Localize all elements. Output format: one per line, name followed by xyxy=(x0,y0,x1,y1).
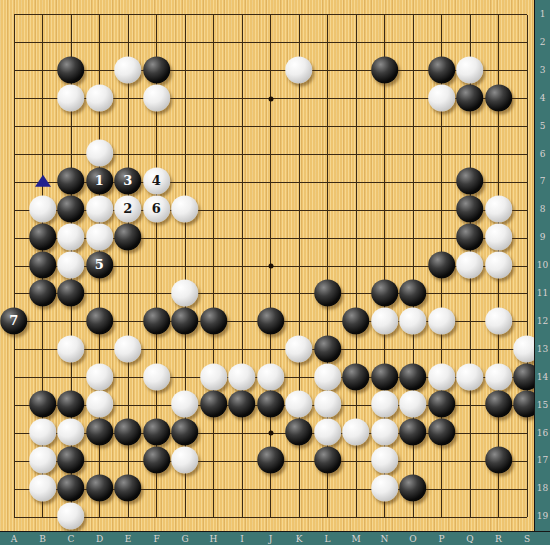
board-point-L13[interactable] xyxy=(313,336,342,364)
board-point-Q13[interactable] xyxy=(456,336,485,364)
board-point-L7[interactable] xyxy=(313,168,342,196)
board-point-S12[interactable] xyxy=(513,308,534,336)
board-point-A6[interactable] xyxy=(0,141,28,169)
board-point-P15[interactable] xyxy=(427,392,456,420)
board-point-P3[interactable] xyxy=(427,57,456,85)
board-point-P8[interactable] xyxy=(427,196,456,224)
board-point-I2[interactable] xyxy=(228,29,257,57)
board-point-E18[interactable] xyxy=(114,475,143,503)
board-point-C8[interactable] xyxy=(57,196,86,224)
board-point-J9[interactable] xyxy=(256,224,285,252)
board-point-R13[interactable] xyxy=(484,336,513,364)
board-point-L2[interactable] xyxy=(313,29,342,57)
board-point-M3[interactable] xyxy=(342,57,371,85)
board-point-D18[interactable] xyxy=(85,475,114,503)
board-point-O1[interactable] xyxy=(399,1,428,29)
board-point-P14[interactable] xyxy=(427,364,456,392)
board-point-G18[interactable] xyxy=(171,475,200,503)
board-point-S5[interactable] xyxy=(513,113,534,141)
board-point-A13[interactable] xyxy=(0,336,28,364)
board-point-F6[interactable] xyxy=(142,141,171,169)
board-point-H6[interactable] xyxy=(199,141,228,169)
board-point-O6[interactable] xyxy=(399,141,428,169)
board-point-D6[interactable] xyxy=(85,141,114,169)
board-point-K9[interactable] xyxy=(285,224,314,252)
board-point-J3[interactable] xyxy=(256,57,285,85)
board-point-D2[interactable] xyxy=(85,29,114,57)
board-point-E6[interactable] xyxy=(114,141,143,169)
board-point-R17[interactable] xyxy=(484,447,513,475)
board-point-M8[interactable] xyxy=(342,196,371,224)
board-point-E5[interactable] xyxy=(114,113,143,141)
board-point-F19[interactable] xyxy=(142,503,171,531)
board-point-H5[interactable] xyxy=(199,113,228,141)
board-point-G1[interactable] xyxy=(171,1,200,29)
board-point-O14[interactable] xyxy=(399,364,428,392)
board-point-I6[interactable] xyxy=(228,141,257,169)
board-point-O5[interactable] xyxy=(399,113,428,141)
board-point-G7[interactable] xyxy=(171,168,200,196)
board-point-S8[interactable] xyxy=(513,196,534,224)
board-point-H16[interactable] xyxy=(199,419,228,447)
board-point-E9[interactable] xyxy=(114,224,143,252)
board-point-H2[interactable] xyxy=(199,29,228,57)
board-point-H12[interactable] xyxy=(199,308,228,336)
board-point-J12[interactable] xyxy=(256,308,285,336)
board-point-A19[interactable] xyxy=(0,503,28,531)
board-point-M9[interactable] xyxy=(342,224,371,252)
board-point-D10[interactable]: 5 xyxy=(85,252,114,280)
board-point-F15[interactable] xyxy=(142,392,171,420)
board-point-I16[interactable] xyxy=(228,419,257,447)
board-point-M14[interactable] xyxy=(342,364,371,392)
board-point-A5[interactable] xyxy=(0,113,28,141)
board-point-F4[interactable] xyxy=(142,85,171,113)
board-point-A2[interactable] xyxy=(0,29,28,57)
board-point-L8[interactable] xyxy=(313,196,342,224)
board-point-S19[interactable] xyxy=(513,503,534,531)
board-point-D5[interactable] xyxy=(85,113,114,141)
board-point-J13[interactable] xyxy=(256,336,285,364)
board-point-P19[interactable] xyxy=(427,503,456,531)
board-point-F5[interactable] xyxy=(142,113,171,141)
board-point-D11[interactable] xyxy=(85,280,114,308)
board-point-Q12[interactable] xyxy=(456,308,485,336)
board-point-P12[interactable] xyxy=(427,308,456,336)
board-point-F16[interactable] xyxy=(142,419,171,447)
board-point-C9[interactable] xyxy=(57,224,86,252)
board-point-O12[interactable] xyxy=(399,308,428,336)
board-point-I19[interactable] xyxy=(228,503,257,531)
board-point-B16[interactable] xyxy=(28,419,57,447)
board-point-E19[interactable] xyxy=(114,503,143,531)
board-point-Q18[interactable] xyxy=(456,475,485,503)
board-point-I17[interactable] xyxy=(228,447,257,475)
board-point-P5[interactable] xyxy=(427,113,456,141)
board-point-N19[interactable] xyxy=(370,503,399,531)
board-point-A1[interactable] xyxy=(0,1,28,29)
board-point-O8[interactable] xyxy=(399,196,428,224)
board-point-F18[interactable] xyxy=(142,475,171,503)
board-point-E8[interactable]: 2 xyxy=(114,196,143,224)
board-point-D7[interactable]: 1 xyxy=(85,168,114,196)
board-point-L16[interactable] xyxy=(313,419,342,447)
board-point-N15[interactable] xyxy=(370,392,399,420)
board-point-C11[interactable] xyxy=(57,280,86,308)
board-point-C13[interactable] xyxy=(57,336,86,364)
board-point-H10[interactable] xyxy=(199,252,228,280)
board-point-K8[interactable] xyxy=(285,196,314,224)
board-point-G10[interactable] xyxy=(171,252,200,280)
board-point-H1[interactable] xyxy=(199,1,228,29)
board-point-Q10[interactable] xyxy=(456,252,485,280)
board-point-J2[interactable] xyxy=(256,29,285,57)
board-point-E15[interactable] xyxy=(114,392,143,420)
board-point-P13[interactable] xyxy=(427,336,456,364)
board-point-K19[interactable] xyxy=(285,503,314,531)
board-point-K13[interactable] xyxy=(285,336,314,364)
board-point-I8[interactable] xyxy=(228,196,257,224)
board-point-G3[interactable] xyxy=(171,57,200,85)
board-point-S16[interactable] xyxy=(513,419,534,447)
board-point-D17[interactable] xyxy=(85,447,114,475)
board-point-L1[interactable] xyxy=(313,1,342,29)
board-point-F13[interactable] xyxy=(142,336,171,364)
board-point-Q1[interactable] xyxy=(456,1,485,29)
board-point-K12[interactable] xyxy=(285,308,314,336)
board-point-Q11[interactable] xyxy=(456,280,485,308)
board-point-P11[interactable] xyxy=(427,280,456,308)
board-point-P9[interactable] xyxy=(427,224,456,252)
board-point-L9[interactable] xyxy=(313,224,342,252)
board-point-K2[interactable] xyxy=(285,29,314,57)
board-point-G4[interactable] xyxy=(171,85,200,113)
board-point-F10[interactable] xyxy=(142,252,171,280)
board-point-D12[interactable] xyxy=(85,308,114,336)
board-point-E2[interactable] xyxy=(114,29,143,57)
board-point-Q8[interactable] xyxy=(456,196,485,224)
board-point-B18[interactable] xyxy=(28,475,57,503)
board-point-S2[interactable] xyxy=(513,29,534,57)
board-point-L10[interactable] xyxy=(313,252,342,280)
board-point-B4[interactable] xyxy=(28,85,57,113)
board-point-C17[interactable] xyxy=(57,447,86,475)
board-point-S3[interactable] xyxy=(513,57,534,85)
board-point-B13[interactable] xyxy=(28,336,57,364)
board-point-F1[interactable] xyxy=(142,1,171,29)
board-point-D1[interactable] xyxy=(85,1,114,29)
board-point-O17[interactable] xyxy=(399,447,428,475)
board-point-A8[interactable] xyxy=(0,196,28,224)
board-point-E12[interactable] xyxy=(114,308,143,336)
board-point-S11[interactable] xyxy=(513,280,534,308)
board-point-L12[interactable] xyxy=(313,308,342,336)
board-point-Q14[interactable] xyxy=(456,364,485,392)
board-point-H3[interactable] xyxy=(199,57,228,85)
board-point-O16[interactable] xyxy=(399,419,428,447)
board-point-F12[interactable] xyxy=(142,308,171,336)
board-point-N4[interactable] xyxy=(370,85,399,113)
board-point-G13[interactable] xyxy=(171,336,200,364)
board-point-E7[interactable]: 3 xyxy=(114,168,143,196)
board-point-B7[interactable] xyxy=(28,168,57,196)
board-point-C10[interactable] xyxy=(57,252,86,280)
board-point-I5[interactable] xyxy=(228,113,257,141)
board-point-K17[interactable] xyxy=(285,447,314,475)
board-point-J4[interactable] xyxy=(256,85,285,113)
board-point-O9[interactable] xyxy=(399,224,428,252)
board-point-K11[interactable] xyxy=(285,280,314,308)
board-point-J18[interactable] xyxy=(256,475,285,503)
board-point-L19[interactable] xyxy=(313,503,342,531)
board-point-C1[interactable] xyxy=(57,1,86,29)
board-point-Q2[interactable] xyxy=(456,29,485,57)
board-point-R18[interactable] xyxy=(484,475,513,503)
board-point-R9[interactable] xyxy=(484,224,513,252)
board-point-B9[interactable] xyxy=(28,224,57,252)
board-point-N2[interactable] xyxy=(370,29,399,57)
board-point-P10[interactable] xyxy=(427,252,456,280)
board-point-E16[interactable] xyxy=(114,419,143,447)
board-point-C7[interactable] xyxy=(57,168,86,196)
board-point-R3[interactable] xyxy=(484,57,513,85)
board-point-J14[interactable] xyxy=(256,364,285,392)
board-point-I13[interactable] xyxy=(228,336,257,364)
board-point-L15[interactable] xyxy=(313,392,342,420)
board-point-H8[interactable] xyxy=(199,196,228,224)
board-point-C5[interactable] xyxy=(57,113,86,141)
board-point-F2[interactable] xyxy=(142,29,171,57)
board-point-M18[interactable] xyxy=(342,475,371,503)
board-point-K4[interactable] xyxy=(285,85,314,113)
board-point-C6[interactable] xyxy=(57,141,86,169)
board-point-G14[interactable] xyxy=(171,364,200,392)
board-point-R1[interactable] xyxy=(484,1,513,29)
board-point-D16[interactable] xyxy=(85,419,114,447)
board-point-B5[interactable] xyxy=(28,113,57,141)
board-point-G2[interactable] xyxy=(171,29,200,57)
board-point-L3[interactable] xyxy=(313,57,342,85)
board-point-J19[interactable] xyxy=(256,503,285,531)
board-point-D15[interactable] xyxy=(85,392,114,420)
board-point-B17[interactable] xyxy=(28,447,57,475)
board-point-R10[interactable] xyxy=(484,252,513,280)
board-point-Q6[interactable] xyxy=(456,141,485,169)
board-point-E17[interactable] xyxy=(114,447,143,475)
board-point-O3[interactable] xyxy=(399,57,428,85)
board-point-E10[interactable] xyxy=(114,252,143,280)
board-point-B2[interactable] xyxy=(28,29,57,57)
board-point-A16[interactable] xyxy=(0,419,28,447)
board-point-H13[interactable] xyxy=(199,336,228,364)
board-point-A7[interactable] xyxy=(0,168,28,196)
board-point-I12[interactable] xyxy=(228,308,257,336)
board-point-P7[interactable] xyxy=(427,168,456,196)
board-point-I11[interactable] xyxy=(228,280,257,308)
board-point-N5[interactable] xyxy=(370,113,399,141)
board-point-E4[interactable] xyxy=(114,85,143,113)
board-point-L4[interactable] xyxy=(313,85,342,113)
board-point-L17[interactable] xyxy=(313,447,342,475)
board-point-J1[interactable] xyxy=(256,1,285,29)
board-point-O7[interactable] xyxy=(399,168,428,196)
board-point-O13[interactable] xyxy=(399,336,428,364)
board-point-H7[interactable] xyxy=(199,168,228,196)
board-point-E14[interactable] xyxy=(114,364,143,392)
board-point-G16[interactable] xyxy=(171,419,200,447)
board-point-R5[interactable] xyxy=(484,113,513,141)
board-point-M6[interactable] xyxy=(342,141,371,169)
board-point-B3[interactable] xyxy=(28,57,57,85)
board-point-I1[interactable] xyxy=(228,1,257,29)
board-point-R6[interactable] xyxy=(484,141,513,169)
board-point-K10[interactable] xyxy=(285,252,314,280)
board-point-S13[interactable] xyxy=(513,336,534,364)
board-point-C2[interactable] xyxy=(57,29,86,57)
board-point-B6[interactable] xyxy=(28,141,57,169)
board-point-F7[interactable]: 4 xyxy=(142,168,171,196)
board-point-H9[interactable] xyxy=(199,224,228,252)
board-point-M19[interactable] xyxy=(342,503,371,531)
board-point-D3[interactable] xyxy=(85,57,114,85)
board-point-H19[interactable] xyxy=(199,503,228,531)
board-point-Q4[interactable] xyxy=(456,85,485,113)
board-point-H11[interactable] xyxy=(199,280,228,308)
board-point-L6[interactable] xyxy=(313,141,342,169)
board-point-Q19[interactable] xyxy=(456,503,485,531)
board-point-R14[interactable] xyxy=(484,364,513,392)
board-point-M5[interactable] xyxy=(342,113,371,141)
board-point-B1[interactable] xyxy=(28,1,57,29)
board-point-A10[interactable] xyxy=(0,252,28,280)
board-point-K7[interactable] xyxy=(285,168,314,196)
board-point-J10[interactable] xyxy=(256,252,285,280)
board-point-K14[interactable] xyxy=(285,364,314,392)
board-point-R7[interactable] xyxy=(484,168,513,196)
board-point-J17[interactable] xyxy=(256,447,285,475)
board-point-P4[interactable] xyxy=(427,85,456,113)
board-point-K5[interactable] xyxy=(285,113,314,141)
board-point-L11[interactable] xyxy=(313,280,342,308)
board-point-I3[interactable] xyxy=(228,57,257,85)
board-point-R12[interactable] xyxy=(484,308,513,336)
board-point-O15[interactable] xyxy=(399,392,428,420)
board-point-D13[interactable] xyxy=(85,336,114,364)
board-point-S14[interactable] xyxy=(513,364,534,392)
board-point-C12[interactable] xyxy=(57,308,86,336)
board-point-Q17[interactable] xyxy=(456,447,485,475)
board-point-M15[interactable] xyxy=(342,392,371,420)
board-point-J8[interactable] xyxy=(256,196,285,224)
board-point-P18[interactable] xyxy=(427,475,456,503)
board-point-N18[interactable] xyxy=(370,475,399,503)
board-point-S6[interactable] xyxy=(513,141,534,169)
board-point-N11[interactable] xyxy=(370,280,399,308)
board-point-A15[interactable] xyxy=(0,392,28,420)
board-point-N9[interactable] xyxy=(370,224,399,252)
board-point-O2[interactable] xyxy=(399,29,428,57)
board-point-R19[interactable] xyxy=(484,503,513,531)
board-point-E11[interactable] xyxy=(114,280,143,308)
board-point-I9[interactable] xyxy=(228,224,257,252)
board-point-L5[interactable] xyxy=(313,113,342,141)
board-point-G9[interactable] xyxy=(171,224,200,252)
board-point-D8[interactable] xyxy=(85,196,114,224)
board-point-M4[interactable] xyxy=(342,85,371,113)
board-point-R8[interactable] xyxy=(484,196,513,224)
board-point-B15[interactable] xyxy=(28,392,57,420)
board-point-M17[interactable] xyxy=(342,447,371,475)
board-point-K3[interactable] xyxy=(285,57,314,85)
board-point-A11[interactable] xyxy=(0,280,28,308)
board-point-C16[interactable] xyxy=(57,419,86,447)
board-point-I10[interactable] xyxy=(228,252,257,280)
board-point-C19[interactable] xyxy=(57,503,86,531)
board-point-K15[interactable] xyxy=(285,392,314,420)
board-point-M2[interactable] xyxy=(342,29,371,57)
board-point-P1[interactable] xyxy=(427,1,456,29)
board-point-N1[interactable] xyxy=(370,1,399,29)
board-point-R15[interactable] xyxy=(484,392,513,420)
board-point-B14[interactable] xyxy=(28,364,57,392)
board-point-C14[interactable] xyxy=(57,364,86,392)
board-point-P17[interactable] xyxy=(427,447,456,475)
board-point-I15[interactable] xyxy=(228,392,257,420)
board-point-H17[interactable] xyxy=(199,447,228,475)
board-point-J15[interactable] xyxy=(256,392,285,420)
board-point-O11[interactable] xyxy=(399,280,428,308)
board-point-D9[interactable] xyxy=(85,224,114,252)
board-point-J7[interactable] xyxy=(256,168,285,196)
board-point-P2[interactable] xyxy=(427,29,456,57)
board-point-C18[interactable] xyxy=(57,475,86,503)
board-point-R11[interactable] xyxy=(484,280,513,308)
board-point-B8[interactable] xyxy=(28,196,57,224)
board-point-S7[interactable] xyxy=(513,168,534,196)
board-point-F9[interactable] xyxy=(142,224,171,252)
board-point-N14[interactable] xyxy=(370,364,399,392)
board-point-K16[interactable] xyxy=(285,419,314,447)
board-point-R16[interactable] xyxy=(484,419,513,447)
board-point-A4[interactable] xyxy=(0,85,28,113)
board-point-K6[interactable] xyxy=(285,141,314,169)
board-point-M11[interactable] xyxy=(342,280,371,308)
board-point-Q3[interactable] xyxy=(456,57,485,85)
board-point-N13[interactable] xyxy=(370,336,399,364)
board-point-N6[interactable] xyxy=(370,141,399,169)
board-point-J5[interactable] xyxy=(256,113,285,141)
board-point-I7[interactable] xyxy=(228,168,257,196)
board-point-F11[interactable] xyxy=(142,280,171,308)
board-point-H15[interactable] xyxy=(199,392,228,420)
board-point-K1[interactable] xyxy=(285,1,314,29)
board-point-A14[interactable] xyxy=(0,364,28,392)
board-point-R4[interactable] xyxy=(484,85,513,113)
board-point-G12[interactable] xyxy=(171,308,200,336)
board-point-F14[interactable] xyxy=(142,364,171,392)
board-point-N7[interactable] xyxy=(370,168,399,196)
board-point-G19[interactable] xyxy=(171,503,200,531)
board-point-G5[interactable] xyxy=(171,113,200,141)
board-point-S18[interactable] xyxy=(513,475,534,503)
board-point-J11[interactable] xyxy=(256,280,285,308)
board-point-O10[interactable] xyxy=(399,252,428,280)
board-point-B12[interactable] xyxy=(28,308,57,336)
board-point-M16[interactable] xyxy=(342,419,371,447)
board-point-N16[interactable] xyxy=(370,419,399,447)
board-point-S4[interactable] xyxy=(513,85,534,113)
board-point-O19[interactable] xyxy=(399,503,428,531)
